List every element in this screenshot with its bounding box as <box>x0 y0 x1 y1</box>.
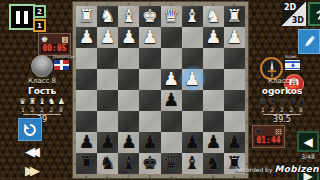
black-piece: ♚ <box>142 154 158 172</box>
white-piece: ♟ <box>121 28 137 46</box>
black-piece: ♟ <box>142 133 158 151</box>
coordinate-label: F <box>128 174 130 178</box>
coordinate-label: 6 <box>245 120 247 124</box>
square-h2[interactable]: ♟ <box>76 27 97 48</box>
grid-icon <box>275 129 282 135</box>
square-b5[interactable] <box>203 90 224 111</box>
white-player-name: Гость <box>10 86 74 96</box>
black-piece: ♟ <box>184 133 200 151</box>
square-f3[interactable] <box>118 48 139 69</box>
white-piece: ♟ <box>205 28 221 46</box>
running-man-icon <box>313 6 320 22</box>
square-c7[interactable]: ♟ <box>182 132 203 153</box>
white-piece: ♚ <box>142 7 158 25</box>
black-class-label: Класс 8 <box>250 77 314 85</box>
black-clock-time: 01:44 <box>255 136 282 145</box>
black-piece: ♞ <box>205 154 221 172</box>
white-piece: ♞ <box>205 7 221 25</box>
white-piece: ♟ <box>78 28 94 46</box>
coordinate-label: 5 <box>245 99 247 103</box>
white-queen-icon: ♛ <box>19 98 26 106</box>
white-clock-time: 00:05 <box>41 44 68 53</box>
square-b1[interactable]: ♞ <box>203 6 224 27</box>
square-d2[interactable] <box>161 27 182 48</box>
square-g8[interactable]: ♞ <box>97 153 118 174</box>
white-king-icon: ♚ <box>41 36 48 44</box>
square-b8[interactable]: ♞ <box>203 153 224 174</box>
undo-move-button[interactable]: ◀ <box>297 131 319 152</box>
coordinate-label: A <box>233 174 235 178</box>
score-badge-orange: 1 <box>33 19 46 32</box>
square-e8[interactable]: ♚ <box>139 153 160 174</box>
resign-exit-button[interactable] <box>308 2 320 26</box>
square-e5[interactable] <box>139 90 160 111</box>
white-piece: ♝ <box>121 7 137 25</box>
square-b2[interactable]: ♟ <box>203 27 224 48</box>
square-e6[interactable] <box>139 111 160 132</box>
square-h4[interactable] <box>76 69 97 90</box>
black-piece: ♝ <box>184 154 200 172</box>
white-piece: ♟ <box>142 28 158 46</box>
mobizen-logo: Mobizen <box>274 164 319 174</box>
square-e4[interactable] <box>139 69 160 90</box>
coordinate-label: 4 <box>245 78 247 82</box>
white-pawn-icon: ♟ <box>58 98 65 106</box>
pause-icon <box>24 11 28 24</box>
square-f8[interactable]: ♝ <box>118 153 139 174</box>
sword-icon <box>266 60 278 77</box>
square-d5[interactable]: ♟ <box>161 90 182 111</box>
black-piece: ♟ <box>163 91 179 109</box>
black-clock: ♚ 01:44 <box>252 125 285 148</box>
israel-flag <box>285 60 300 70</box>
white-rook-icon: ♜ <box>29 98 36 106</box>
black-material-total: 39.5 <box>250 115 314 124</box>
square-h1[interactable]: ♜ <box>76 6 97 27</box>
piece-count: 1 <box>259 106 267 113</box>
pause-button[interactable] <box>9 4 35 30</box>
piece-count: 2 <box>269 106 277 113</box>
square-f7[interactable]: ♟ <box>118 132 139 153</box>
square-f1[interactable]: ♝ <box>118 6 139 27</box>
white-player-avatar[interactable] <box>31 55 53 77</box>
white-piece: ♟ <box>184 70 200 88</box>
square-h3[interactable] <box>76 48 97 69</box>
square-a4[interactable] <box>224 69 245 90</box>
square-a7[interactable]: ♟ <box>224 132 245 153</box>
square-f5[interactable] <box>118 90 139 111</box>
white-piece: ♜ <box>78 7 94 25</box>
square-e7[interactable]: ♟ <box>139 132 160 153</box>
black-king-icon: ♚ <box>255 128 262 136</box>
3d-label: 3D <box>292 16 304 25</box>
coordinate-label: D <box>170 174 173 178</box>
pause-icon <box>16 11 20 24</box>
2d-label: 2D <box>284 3 296 12</box>
black-knight-icon: ♞ <box>288 98 295 106</box>
black-piece: ♟ <box>121 133 137 151</box>
white-piece: ♟ <box>163 70 179 88</box>
edit-button[interactable] <box>298 29 320 54</box>
score-badge-green: 2 <box>33 5 46 18</box>
square-f2[interactable]: ♟ <box>118 27 139 48</box>
left-triangle-icon: ◀ <box>303 135 312 149</box>
black-queen-icon: ♛ <box>259 98 266 106</box>
square-d8[interactable]: ♛ <box>161 153 182 174</box>
chess-board: HGFEDCBA HGFEDCBA 12345678 12345678 ♜♞♝♚… <box>73 2 248 178</box>
pencil-icon <box>302 33 317 50</box>
white-piece: ♛ <box>163 7 179 25</box>
white-class-label: Класс 8 <box>10 77 74 85</box>
white-knight-icon: ♞ <box>48 98 55 106</box>
fast-forward-button[interactable]: ▶▶ <box>16 160 44 180</box>
square-e1[interactable]: ♚ <box>139 6 160 27</box>
white-country-label: Dominicana <box>53 54 78 59</box>
black-pawn-icon: ♟ <box>298 98 305 106</box>
coordinate-label: 1 <box>245 15 247 19</box>
piece-count: 2 <box>29 106 37 113</box>
coordinate-label: 7 <box>245 141 247 145</box>
square-g1[interactable]: ♞ <box>97 6 118 27</box>
piece-count: 1 <box>19 106 27 113</box>
square-b6[interactable] <box>203 111 224 132</box>
square-a5[interactable] <box>224 90 245 111</box>
white-piece: ♞ <box>100 7 116 25</box>
square-a6[interactable] <box>224 111 245 132</box>
chess-app-screen: HGFEDCBA HGFEDCBA 12345678 12345678 ♜♞♝♚… <box>0 0 320 180</box>
square-c5[interactable] <box>182 90 203 111</box>
black-player-panel: Класс 8 ogorkos ♛♜♝♞♟ 12228 39.5 <box>250 77 314 124</box>
square-h5[interactable] <box>76 90 97 111</box>
coordinate-label: G <box>106 174 109 178</box>
square-e2[interactable]: ♟ <box>139 27 160 48</box>
white-bishop-icon: ♝ <box>38 98 45 106</box>
square-a2[interactable]: ♟ <box>224 27 245 48</box>
square-h7[interactable]: ♟ <box>76 132 97 153</box>
black-piece: ♟ <box>205 133 221 151</box>
coordinate-label: E <box>149 174 151 178</box>
black-piece-counts: 12228 <box>259 106 305 113</box>
black-piece: ♜ <box>78 154 94 172</box>
square-c6[interactable] <box>182 111 203 132</box>
rotate-arrow-icon <box>22 122 38 138</box>
square-b4[interactable] <box>203 69 224 90</box>
dominican-republic-flag <box>54 60 69 70</box>
square-h8[interactable]: ♜ <box>76 153 97 174</box>
piece-count: 2 <box>48 106 56 113</box>
piece-count: 2 <box>288 106 296 113</box>
square-f6[interactable] <box>118 111 139 132</box>
coordinate-label: 2 <box>245 36 247 40</box>
square-d6[interactable] <box>161 111 182 132</box>
black-piece: ♝ <box>121 154 137 172</box>
file-labels-bottom: HGFEDCBA <box>76 174 245 178</box>
square-d7[interactable] <box>161 132 182 153</box>
square-c4[interactable]: ♟ <box>182 69 203 90</box>
square-c2[interactable] <box>182 27 203 48</box>
piece-count: 8 <box>297 106 305 113</box>
square-c8[interactable]: ♝ <box>182 153 203 174</box>
double-right-icon: ▶▶ <box>25 163 35 178</box>
square-e3[interactable] <box>139 48 160 69</box>
square-g2[interactable]: ♟ <box>97 27 118 48</box>
rotate-board-button[interactable] <box>18 118 42 141</box>
black-piece: ♟ <box>100 133 116 151</box>
square-a1[interactable]: ♜ <box>224 6 245 27</box>
coordinate-label: 3 <box>245 57 247 61</box>
white-piece: ♝ <box>184 7 200 25</box>
white-captured-tray: ♛♜♝♞♟ <box>19 98 65 106</box>
piece-count: 8 <box>57 106 65 113</box>
black-rook-icon: ♜ <box>269 98 276 106</box>
coordinate-label: H <box>85 174 87 178</box>
move-counter: 3/48 <box>295 153 320 160</box>
board-grid: ♜♞♝♚♛♝♞♜♟♟♟♟♟♟♟♟♟♟♟♟♟♟♟♟♜♞♝♚♛♝♞♜ <box>76 6 245 174</box>
square-f4[interactable] <box>118 69 139 90</box>
white-piece: ♟ <box>226 28 242 46</box>
coordinate-label: C <box>191 174 193 178</box>
double-left-icon: ◀◀ <box>25 144 35 159</box>
square-g3[interactable] <box>97 48 118 69</box>
white-player-panel: Класс 8 Гость ♛♜♝♞♟ 12228 39 <box>10 77 74 124</box>
black-piece: ♟ <box>78 133 94 151</box>
black-player-name: ogorkos <box>250 86 314 96</box>
rank-labels-right: 12345678 <box>245 6 248 174</box>
piece-count: 2 <box>38 106 46 113</box>
square-a3[interactable] <box>224 48 245 69</box>
clock-badge: 2 <box>62 37 68 43</box>
coordinate-label: B <box>212 174 214 178</box>
black-piece: ♟ <box>226 133 242 151</box>
black-captured-tray: ♛♜♝♞♟ <box>259 98 305 106</box>
black-piece: ♛ <box>163 154 179 172</box>
square-g4[interactable] <box>97 69 118 90</box>
square-h6[interactable] <box>76 111 97 132</box>
rewind-button[interactable]: ◀◀ <box>16 141 44 161</box>
square-b3[interactable] <box>203 48 224 69</box>
square-c1[interactable]: ♝ <box>182 6 203 27</box>
square-g5[interactable] <box>97 90 118 111</box>
black-bishop-icon: ♝ <box>278 98 285 106</box>
square-g6[interactable] <box>97 111 118 132</box>
white-piece: ♜ <box>226 7 242 25</box>
piece-count: 2 <box>278 106 286 113</box>
recording-watermark: Recorded by Mobizen <box>235 164 319 174</box>
black-piece: ♞ <box>100 154 116 172</box>
white-piece-counts: 12228 <box>19 106 65 113</box>
white-piece: ♟ <box>100 28 116 46</box>
square-g7[interactable]: ♟ <box>97 132 118 153</box>
square-b7[interactable]: ♟ <box>203 132 224 153</box>
square-d4[interactable]: ♟ <box>161 69 182 90</box>
black-country-label: Israel <box>285 54 296 59</box>
square-d1[interactable]: ♛ <box>161 6 182 27</box>
watermark-prefix: Recorded by <box>235 166 273 173</box>
2d-3d-toggle[interactable]: 2D 3D <box>282 2 306 26</box>
white-clock: ♚ 2 00:05 <box>38 33 71 56</box>
